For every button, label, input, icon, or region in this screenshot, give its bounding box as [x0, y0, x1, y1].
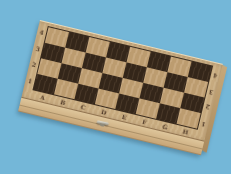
photo-background: 4321 4321 ABCDEFGH	[0, 0, 231, 174]
chess-box: 4321 4321 ABCDEFGH	[19, 20, 223, 153]
clasp-hook	[99, 123, 105, 127]
clasp-latch-icon	[95, 118, 110, 128]
